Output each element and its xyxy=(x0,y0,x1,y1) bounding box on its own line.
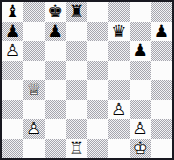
black-queen: ♛ xyxy=(110,23,127,40)
square-h5[interactable] xyxy=(151,61,172,81)
square-c5[interactable] xyxy=(45,61,66,81)
black-king: ♚ xyxy=(47,3,64,20)
square-d8[interactable]: ♜ xyxy=(66,2,87,22)
square-c3[interactable] xyxy=(45,100,66,120)
black-pawn: ♟ xyxy=(4,23,21,40)
square-g7[interactable] xyxy=(130,22,151,42)
square-f5[interactable] xyxy=(108,61,129,81)
square-b3[interactable] xyxy=(23,100,44,120)
square-d5[interactable] xyxy=(66,61,87,81)
square-g5[interactable] xyxy=(130,61,151,81)
square-e4[interactable] xyxy=(87,80,108,100)
square-e1[interactable] xyxy=(87,139,108,159)
square-g3[interactable] xyxy=(130,100,151,120)
black-bishop: ♝ xyxy=(4,3,21,20)
white-king: ♚♔ xyxy=(132,140,149,157)
square-h7[interactable]: ♟ xyxy=(151,22,172,42)
square-c2[interactable] xyxy=(45,119,66,139)
square-g4[interactable] xyxy=(130,80,151,100)
square-f3[interactable]: ♟♙ xyxy=(108,100,129,120)
square-a3[interactable] xyxy=(2,100,23,120)
white-rook: ♜♖ xyxy=(68,140,85,157)
white-pawn: ♟♙ xyxy=(110,101,127,118)
square-a5[interactable] xyxy=(2,61,23,81)
square-h3[interactable] xyxy=(151,100,172,120)
square-c4[interactable] xyxy=(45,80,66,100)
square-d3[interactable] xyxy=(66,100,87,120)
square-h2[interactable] xyxy=(151,119,172,139)
chess-board: ♝♚♜♟♟♛♟♟♙♟♛♕♟♙♟♙♟♙♜♖♚♔ xyxy=(0,0,174,160)
square-f4[interactable] xyxy=(108,80,129,100)
square-c8[interactable]: ♚ xyxy=(45,2,66,22)
square-c1[interactable] xyxy=(45,139,66,159)
square-f2[interactable] xyxy=(108,119,129,139)
square-b7[interactable] xyxy=(23,22,44,42)
square-e2[interactable] xyxy=(87,119,108,139)
square-h1[interactable] xyxy=(151,139,172,159)
square-d1[interactable]: ♜♖ xyxy=(66,139,87,159)
square-g8[interactable] xyxy=(130,2,151,22)
square-a6[interactable]: ♟♙ xyxy=(2,41,23,61)
square-c6[interactable] xyxy=(45,41,66,61)
square-h8[interactable] xyxy=(151,2,172,22)
square-e8[interactable] xyxy=(87,2,108,22)
square-b2[interactable]: ♟♙ xyxy=(23,119,44,139)
square-h4[interactable] xyxy=(151,80,172,100)
square-h6[interactable] xyxy=(151,41,172,61)
black-pawn: ♟ xyxy=(153,23,170,40)
square-f8[interactable] xyxy=(108,2,129,22)
square-b5[interactable] xyxy=(23,61,44,81)
square-a2[interactable] xyxy=(2,119,23,139)
chess-board-grid: ♝♚♜♟♟♛♟♟♙♟♛♕♟♙♟♙♟♙♜♖♚♔ xyxy=(2,2,172,158)
white-queen: ♛♕ xyxy=(25,81,42,98)
white-pawn: ♟♙ xyxy=(132,120,149,137)
square-d6[interactable] xyxy=(66,41,87,61)
square-b8[interactable] xyxy=(23,2,44,22)
square-d4[interactable] xyxy=(66,80,87,100)
square-d2[interactable] xyxy=(66,119,87,139)
square-f1[interactable] xyxy=(108,139,129,159)
square-a7[interactable]: ♟ xyxy=(2,22,23,42)
square-f6[interactable] xyxy=(108,41,129,61)
square-e3[interactable] xyxy=(87,100,108,120)
square-g1[interactable]: ♚♔ xyxy=(130,139,151,159)
square-b4[interactable]: ♛♕ xyxy=(23,80,44,100)
white-pawn: ♟♙ xyxy=(4,42,21,59)
square-e5[interactable] xyxy=(87,61,108,81)
square-c7[interactable]: ♟ xyxy=(45,22,66,42)
square-a4[interactable] xyxy=(2,80,23,100)
square-e7[interactable] xyxy=(87,22,108,42)
square-f7[interactable]: ♛ xyxy=(108,22,129,42)
square-g6[interactable]: ♟ xyxy=(130,41,151,61)
black-pawn: ♟ xyxy=(132,42,149,59)
square-b6[interactable] xyxy=(23,41,44,61)
square-a1[interactable] xyxy=(2,139,23,159)
square-e6[interactable] xyxy=(87,41,108,61)
square-b1[interactable] xyxy=(23,139,44,159)
square-g2[interactable]: ♟♙ xyxy=(130,119,151,139)
white-pawn: ♟♙ xyxy=(25,120,42,137)
square-a8[interactable]: ♝ xyxy=(2,2,23,22)
black-rook: ♜ xyxy=(68,3,85,20)
black-pawn: ♟ xyxy=(47,23,64,40)
square-d7[interactable] xyxy=(66,22,87,42)
